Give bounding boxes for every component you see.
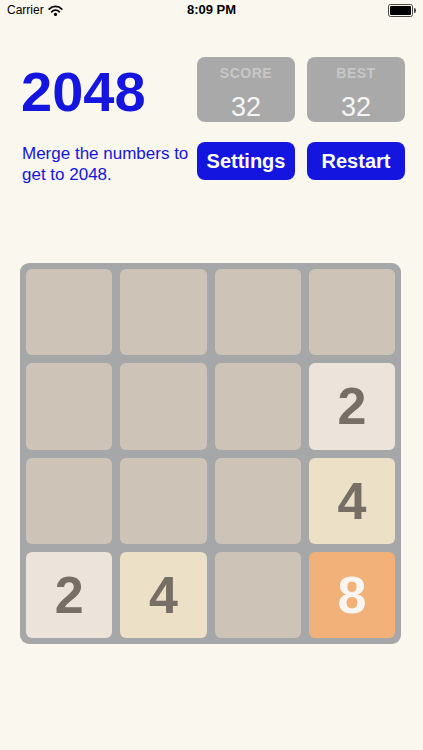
tagline-text: Merge the numbers to get to 2048. bbox=[22, 143, 204, 185]
empty-cell-r2c3 bbox=[215, 363, 301, 449]
tile-4: 4 bbox=[120, 552, 206, 638]
empty-cell-r2c1 bbox=[26, 363, 112, 449]
page-title: 2048 bbox=[21, 64, 146, 120]
tile-2: 2 bbox=[309, 363, 395, 449]
empty-cell-r3c1 bbox=[26, 458, 112, 544]
empty-cell-r1c1 bbox=[26, 269, 112, 355]
empty-cell-r1c2 bbox=[120, 269, 206, 355]
app-screen: Carrier 8:09 PM 2048 Merge the numbers t… bbox=[0, 0, 423, 750]
score-label: SCORE bbox=[197, 65, 295, 82]
tile-8: 8 bbox=[309, 552, 395, 638]
empty-cell-r2c2 bbox=[120, 363, 206, 449]
status-bar-right bbox=[388, 0, 413, 20]
empty-cell-r3c2 bbox=[120, 458, 206, 544]
tile-2: 2 bbox=[26, 552, 112, 638]
empty-cell-r4c3 bbox=[215, 552, 301, 638]
game-board[interactable]: 24248 bbox=[20, 263, 401, 644]
best-label: BEST bbox=[307, 65, 405, 82]
restart-button[interactable]: Restart bbox=[307, 142, 405, 180]
score-value: 32 bbox=[197, 94, 295, 121]
empty-cell-r1c4 bbox=[309, 269, 395, 355]
battery-fill bbox=[390, 6, 411, 15]
battery-icon bbox=[388, 4, 413, 17]
tile-4: 4 bbox=[309, 458, 395, 544]
empty-cell-r3c3 bbox=[215, 458, 301, 544]
best-value: 32 bbox=[307, 94, 405, 121]
clock-label: 8:09 PM bbox=[0, 0, 423, 20]
score-box: SCORE 32 bbox=[197, 57, 295, 122]
best-box: BEST 32 bbox=[307, 57, 405, 122]
empty-cell-r1c3 bbox=[215, 269, 301, 355]
status-bar: Carrier 8:09 PM bbox=[0, 0, 423, 20]
settings-button[interactable]: Settings bbox=[197, 142, 295, 180]
